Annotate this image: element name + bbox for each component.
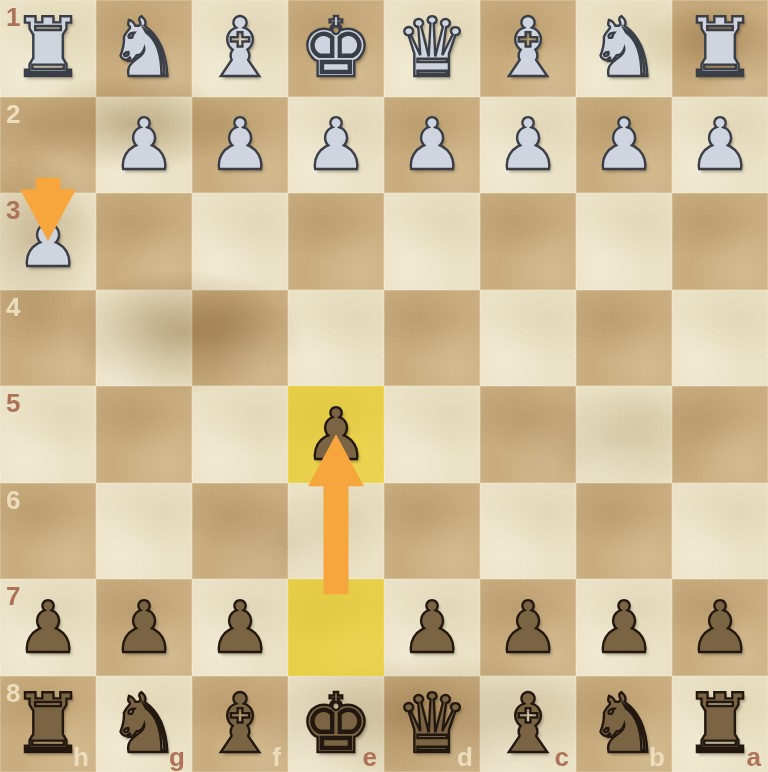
square-g2[interactable]: ♟ [96,97,192,194]
square-d8[interactable]: ♛d [384,676,480,772]
square-d1[interactable]: ♛ [384,0,480,97]
black-pawn-c7[interactable]: ♟ [480,579,576,676]
black-rook-h8[interactable]: ♜ [0,676,96,772]
square-g1[interactable]: ♞ [96,0,192,97]
white-knight-g1[interactable]: ♞ [96,0,192,97]
black-king-e8[interactable]: ♚ [288,676,384,772]
white-pawn-a2[interactable]: ♟ [672,97,768,194]
square-a1[interactable]: ♜ [672,0,768,97]
rank-label-5: 5 [6,390,20,416]
square-f6[interactable] [192,483,288,580]
rank-label-2: 2 [6,101,20,127]
square-f5[interactable] [192,386,288,483]
square-h2[interactable]: 2 [0,97,96,194]
square-b1[interactable]: ♞ [576,0,672,97]
white-pawn-f2[interactable]: ♟ [192,97,288,194]
white-pawn-b2[interactable]: ♟ [576,97,672,194]
square-e3[interactable] [288,193,384,290]
square-a8[interactable]: ♜a [672,676,768,772]
white-pawn-h3[interactable]: ♟ [0,193,96,290]
square-b5[interactable] [576,386,672,483]
square-f4[interactable] [192,290,288,387]
white-pawn-d2[interactable]: ♟ [384,97,480,194]
white-pawn-g2[interactable]: ♟ [96,97,192,194]
square-h3[interactable]: ♟3 [0,193,96,290]
white-king-e1[interactable]: ♚ [288,0,384,97]
square-c4[interactable] [480,290,576,387]
square-f1[interactable]: ♝ [192,0,288,97]
white-bishop-c1[interactable]: ♝ [480,0,576,97]
square-a7[interactable]: ♟ [672,579,768,676]
square-b7[interactable]: ♟ [576,579,672,676]
square-c7[interactable]: ♟ [480,579,576,676]
black-knight-b8[interactable]: ♞ [576,676,672,772]
black-pawn-f7[interactable]: ♟ [192,579,288,676]
square-e6[interactable] [288,483,384,580]
square-e4[interactable] [288,290,384,387]
square-c1[interactable]: ♝ [480,0,576,97]
black-pawn-e5[interactable]: ♟ [288,386,384,483]
square-b3[interactable] [576,193,672,290]
square-c2[interactable]: ♟ [480,97,576,194]
square-a4[interactable] [672,290,768,387]
square-e7[interactable] [288,579,384,676]
white-pawn-c2[interactable]: ♟ [480,97,576,194]
square-h1[interactable]: ♜1 [0,0,96,97]
square-e5[interactable]: ♟ [288,386,384,483]
board-squares: ♜1♞♝♚♛♝♞♜2♟♟♟♟♟♟♟♟345♟6♟7♟♟♟♟♟♟♜8h♞g♝f♚e… [0,0,768,772]
black-rook-a8[interactable]: ♜ [672,676,768,772]
square-b8[interactable]: ♞b [576,676,672,772]
square-g6[interactable] [96,483,192,580]
square-a2[interactable]: ♟ [672,97,768,194]
square-f2[interactable]: ♟ [192,97,288,194]
square-e1[interactable]: ♚ [288,0,384,97]
square-h4[interactable]: 4 [0,290,96,387]
black-bishop-f8[interactable]: ♝ [192,676,288,772]
square-h8[interactable]: ♜8h [0,676,96,772]
square-a5[interactable] [672,386,768,483]
square-c3[interactable] [480,193,576,290]
square-c5[interactable] [480,386,576,483]
square-f7[interactable]: ♟ [192,579,288,676]
rank-label-6: 6 [6,487,20,513]
white-queen-d1[interactable]: ♛ [384,0,480,97]
square-c8[interactable]: ♝c [480,676,576,772]
square-g4[interactable] [96,290,192,387]
square-g3[interactable] [96,193,192,290]
square-c6[interactable] [480,483,576,580]
black-pawn-g7[interactable]: ♟ [96,579,192,676]
black-pawn-d7[interactable]: ♟ [384,579,480,676]
black-pawn-h7[interactable]: ♟ [0,579,96,676]
square-h7[interactable]: ♟7 [0,579,96,676]
square-d3[interactable] [384,193,480,290]
square-a3[interactable] [672,193,768,290]
black-pawn-a7[interactable]: ♟ [672,579,768,676]
square-b4[interactable] [576,290,672,387]
black-queen-d8[interactable]: ♛ [384,676,480,772]
square-f8[interactable]: ♝f [192,676,288,772]
black-knight-g8[interactable]: ♞ [96,676,192,772]
square-d2[interactable]: ♟ [384,97,480,194]
square-g8[interactable]: ♞g [96,676,192,772]
square-d5[interactable] [384,386,480,483]
square-h6[interactable]: 6 [0,483,96,580]
white-knight-b1[interactable]: ♞ [576,0,672,97]
black-bishop-c8[interactable]: ♝ [480,676,576,772]
square-d7[interactable]: ♟ [384,579,480,676]
square-b6[interactable] [576,483,672,580]
white-rook-h1[interactable]: ♜ [0,0,96,97]
square-a6[interactable] [672,483,768,580]
white-bishop-f1[interactable]: ♝ [192,0,288,97]
square-g5[interactable] [96,386,192,483]
square-d4[interactable] [384,290,480,387]
white-rook-a1[interactable]: ♜ [672,0,768,97]
chess-board: ♜1♞♝♚♛♝♞♜2♟♟♟♟♟♟♟♟345♟6♟7♟♟♟♟♟♟♜8h♞g♝f♚e… [0,0,768,772]
square-d6[interactable] [384,483,480,580]
square-e2[interactable]: ♟ [288,97,384,194]
square-b2[interactable]: ♟ [576,97,672,194]
white-pawn-e2[interactable]: ♟ [288,97,384,194]
square-h5[interactable]: 5 [0,386,96,483]
last-move-highlight-e7 [288,579,384,676]
square-e8[interactable]: ♚e [288,676,384,772]
rank-label-4: 4 [6,294,20,320]
square-f3[interactable] [192,193,288,290]
square-g7[interactable]: ♟ [96,579,192,676]
black-pawn-b7[interactable]: ♟ [576,579,672,676]
